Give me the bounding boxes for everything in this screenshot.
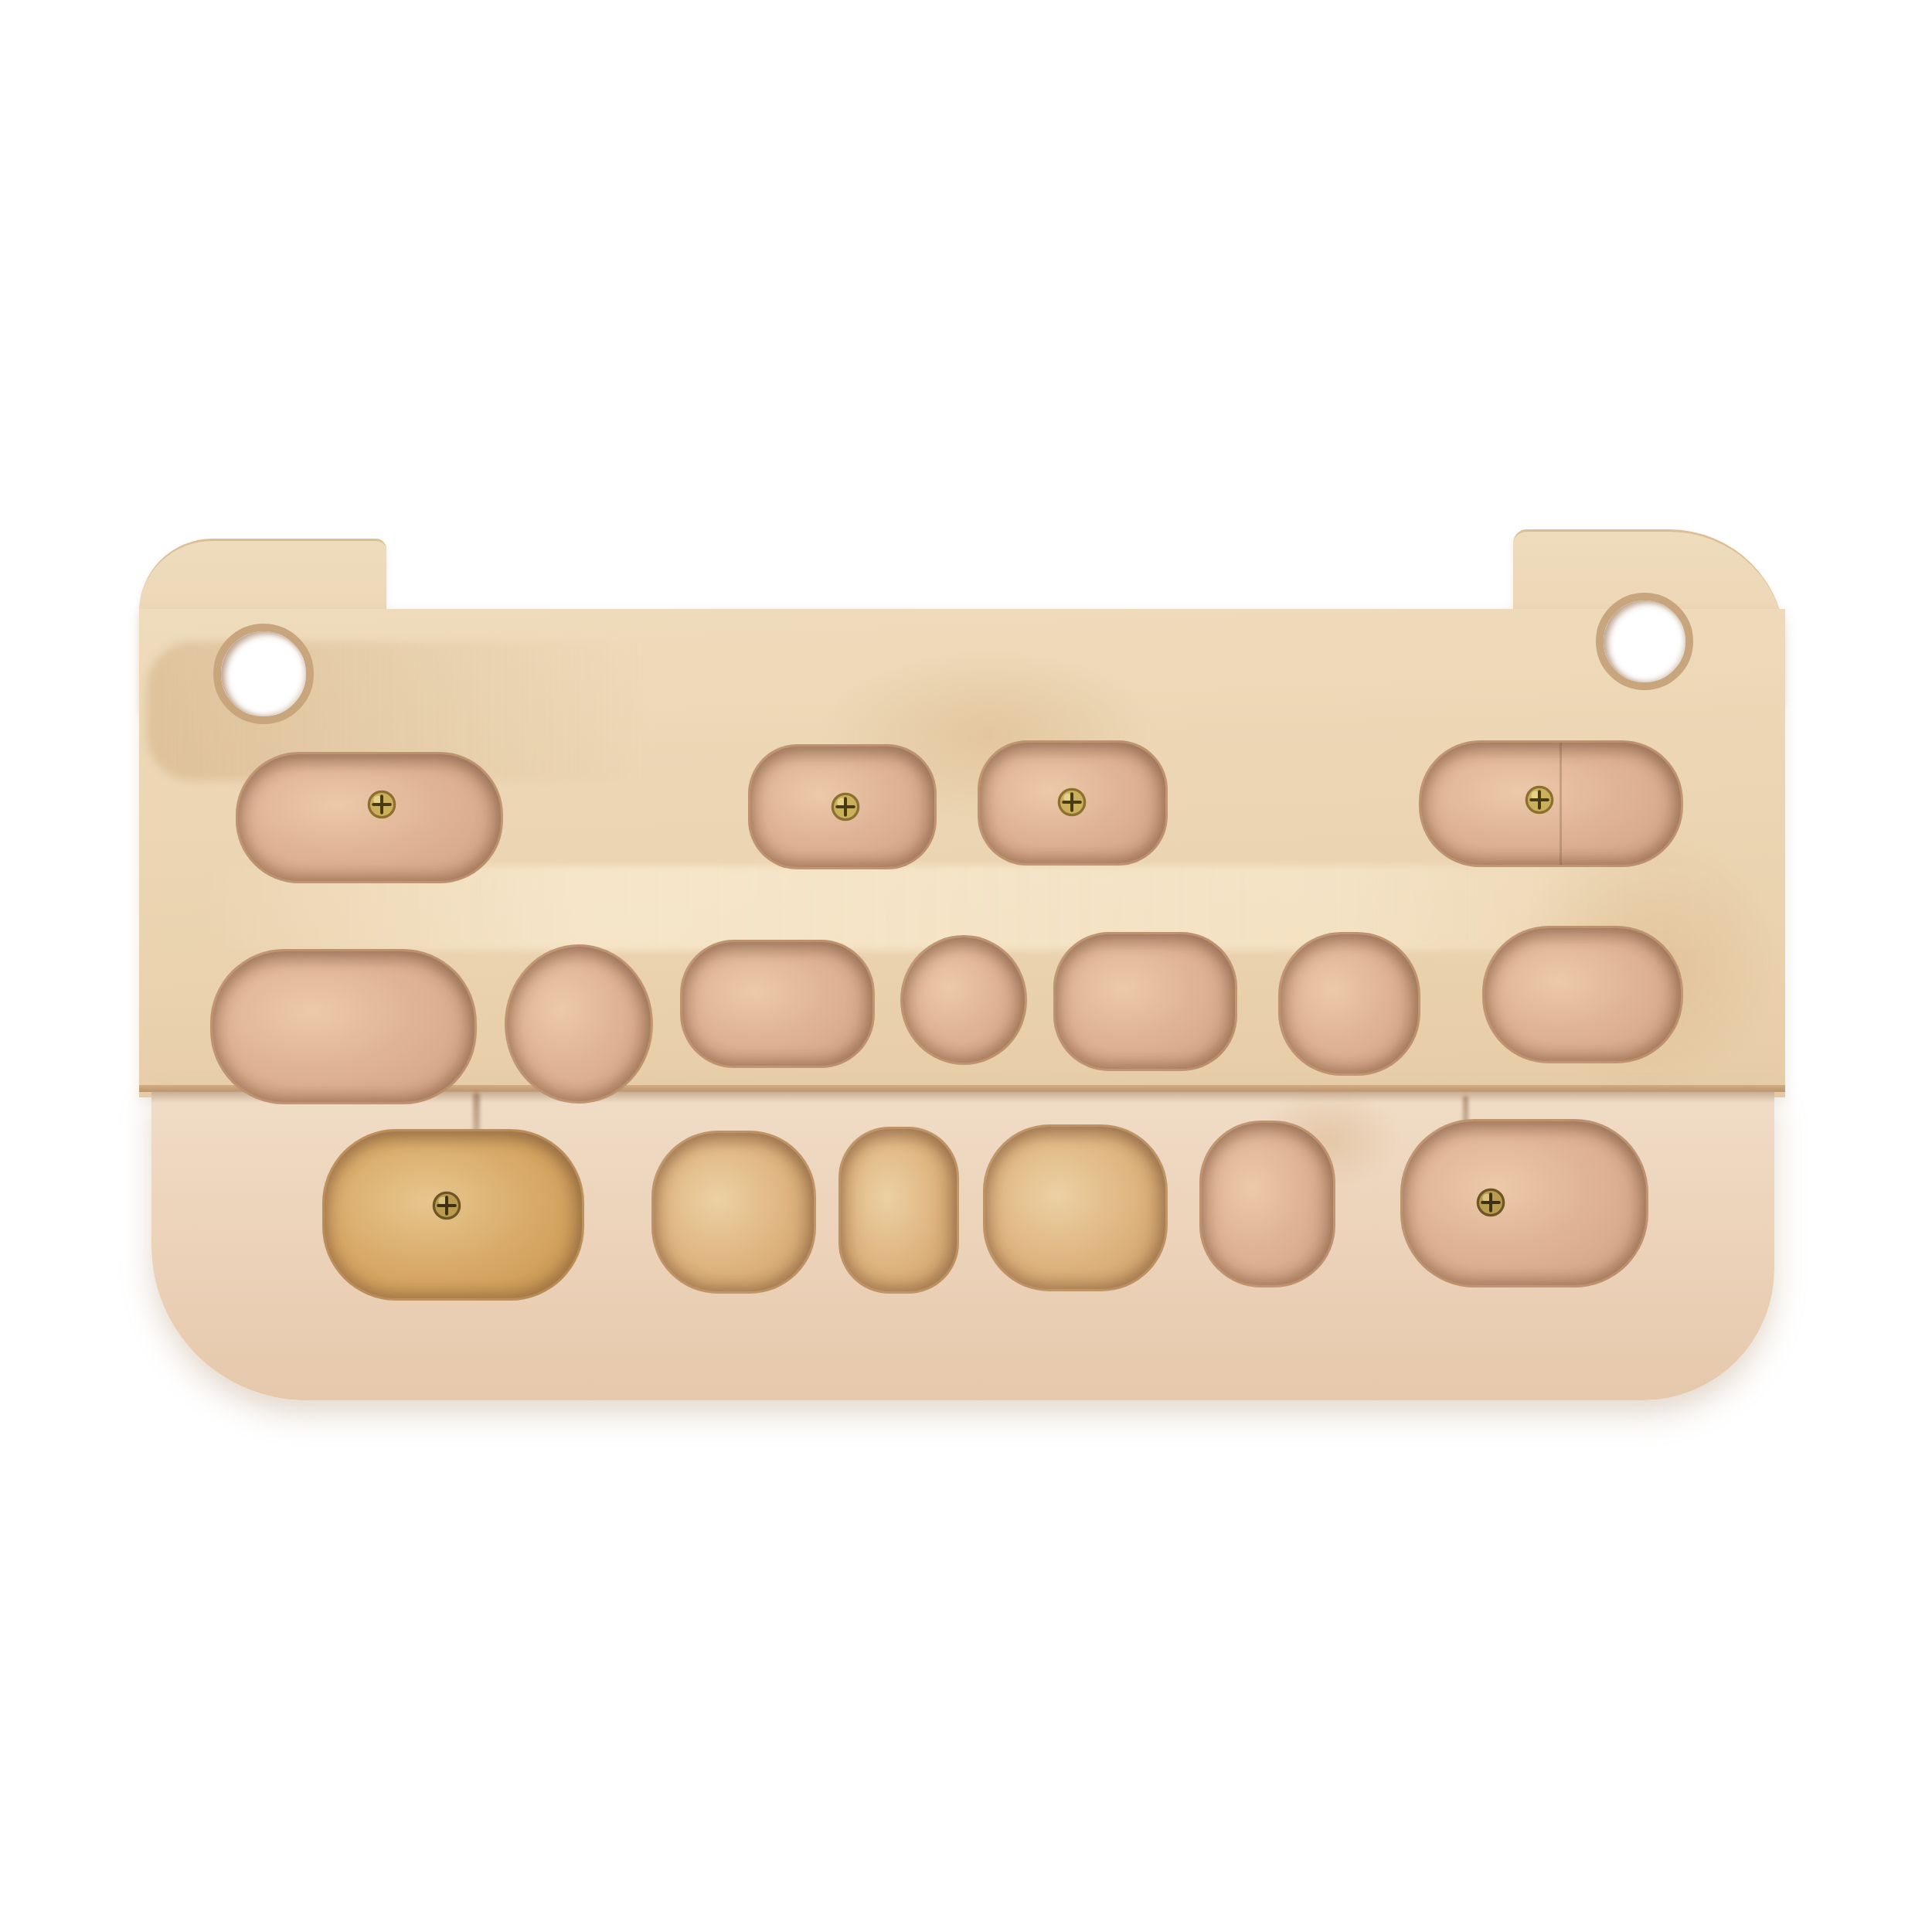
hanging-hole-left [213, 624, 314, 724]
pocket-middle-1 [210, 949, 477, 1104]
pocket-middle-5 [1053, 932, 1237, 1071]
photo-caption: Product photo of a two-layer wooden clim… [0, 0, 1, 1]
phillips-screw-glyph [366, 789, 397, 820]
mounting-screw-icon-3 [1056, 787, 1087, 818]
mounting-screw-icon-5 [431, 1190, 462, 1221]
mounting-screw-icon-4 [1524, 784, 1555, 815]
mounting-screw-icon-2 [830, 791, 861, 822]
pocket-bottom-4 [983, 1124, 1168, 1291]
phillips-screw-glyph [431, 1190, 462, 1221]
phillips-screw-glyph [1056, 787, 1087, 818]
phillips-screw-glyph [830, 791, 861, 822]
pocket-middle-7 [1482, 926, 1683, 1063]
pocket-bottom-6 [1400, 1119, 1648, 1287]
wood-joint-line [1560, 743, 1562, 865]
pocket-middle-2 [505, 944, 653, 1104]
mounting-screw-icon-1 [366, 789, 397, 820]
pocket-bottom-3 [838, 1127, 959, 1294]
hanging-hole-right [1596, 593, 1693, 690]
pocket-middle-3 [680, 940, 875, 1068]
pocket-bottom-2 [651, 1131, 816, 1294]
pocket-bottom-5 [1199, 1121, 1335, 1287]
phillips-screw-glyph [1524, 784, 1555, 815]
product-photo-canvas: Product photo of a two-layer wooden clim… [0, 0, 1932, 1932]
hangboard: Product photo of a two-layer wooden clim… [0, 0, 1932, 1932]
pocket-middle-6 [1278, 932, 1420, 1076]
pocket-middle-4 [900, 935, 1027, 1065]
mounting-screw-icon-6 [1475, 1187, 1506, 1218]
phillips-screw-glyph [1475, 1187, 1506, 1218]
